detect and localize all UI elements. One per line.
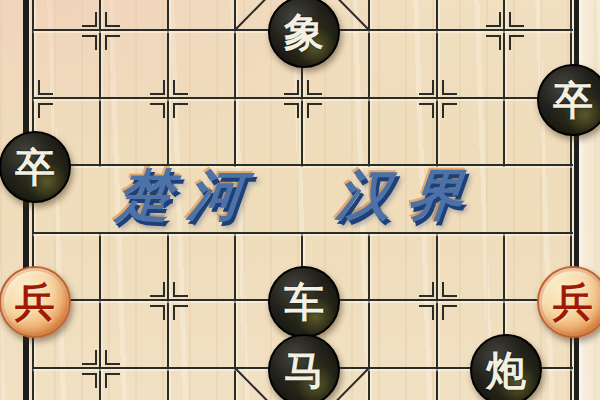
- piece-black-soldier[interactable]: 卒: [537, 64, 600, 136]
- piece-black-soldier[interactable]: 卒: [0, 131, 71, 203]
- piece-black-cannon[interactable]: 炮: [470, 334, 542, 400]
- river-label-han-jie: 汉界: [254, 160, 562, 232]
- piece-black-chariot[interactable]: 车: [268, 266, 340, 338]
- piece-black-horse[interactable]: 马: [268, 334, 340, 400]
- piece-red-soldier[interactable]: 兵: [537, 266, 600, 338]
- xiangqi-board: 楚河 汉界 象卒卒兵车兵马炮: [0, 0, 600, 400]
- piece-red-soldier[interactable]: 兵: [0, 266, 71, 338]
